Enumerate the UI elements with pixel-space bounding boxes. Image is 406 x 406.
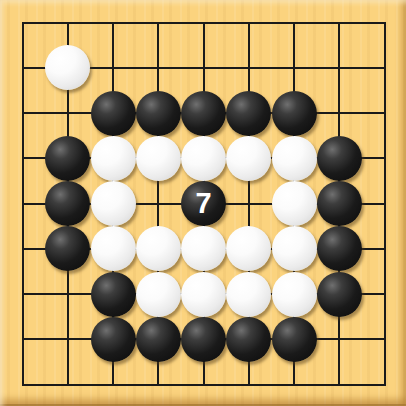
stone-black[interactable] (272, 91, 317, 136)
stone-white[interactable] (45, 45, 90, 90)
stone-black[interactable] (136, 317, 181, 362)
stone-black[interactable] (226, 317, 271, 362)
stone-black[interactable] (91, 272, 136, 317)
stone-black[interactable] (91, 91, 136, 136)
stone-black[interactable] (45, 136, 90, 181)
stone-black[interactable] (181, 317, 226, 362)
stone-white[interactable] (272, 181, 317, 226)
stone-black[interactable] (45, 226, 90, 271)
stone-white[interactable] (91, 136, 136, 181)
stone-white[interactable] (181, 226, 226, 271)
stone-white[interactable] (136, 226, 181, 271)
go-board[interactable]: 7 (0, 0, 406, 406)
stone-white[interactable] (272, 136, 317, 181)
stone-white[interactable] (181, 136, 226, 181)
stone-white[interactable] (226, 272, 271, 317)
stone-black[interactable] (272, 317, 317, 362)
stone-white[interactable] (91, 181, 136, 226)
stone-black[interactable] (317, 272, 362, 317)
stone-white[interactable] (136, 136, 181, 181)
stone-white[interactable] (226, 136, 271, 181)
stone-white[interactable] (91, 226, 136, 271)
stone-black[interactable] (317, 181, 362, 226)
stone-black[interactable] (317, 226, 362, 271)
stone-white[interactable] (136, 272, 181, 317)
stone-white[interactable] (272, 226, 317, 271)
stone-black-numbered[interactable]: 7 (181, 181, 226, 226)
stone-black[interactable] (317, 136, 362, 181)
stone-white[interactable] (272, 272, 317, 317)
stone-black[interactable] (226, 91, 271, 136)
stone-black[interactable] (136, 91, 181, 136)
stone-black[interactable] (181, 91, 226, 136)
stone-black[interactable] (91, 317, 136, 362)
move-number-label: 7 (195, 189, 211, 219)
stone-white[interactable] (226, 226, 271, 271)
stone-black[interactable] (45, 181, 90, 226)
stone-white[interactable] (181, 272, 226, 317)
grid-line-horizontal (22, 384, 386, 386)
grid-line-vertical (384, 22, 386, 386)
